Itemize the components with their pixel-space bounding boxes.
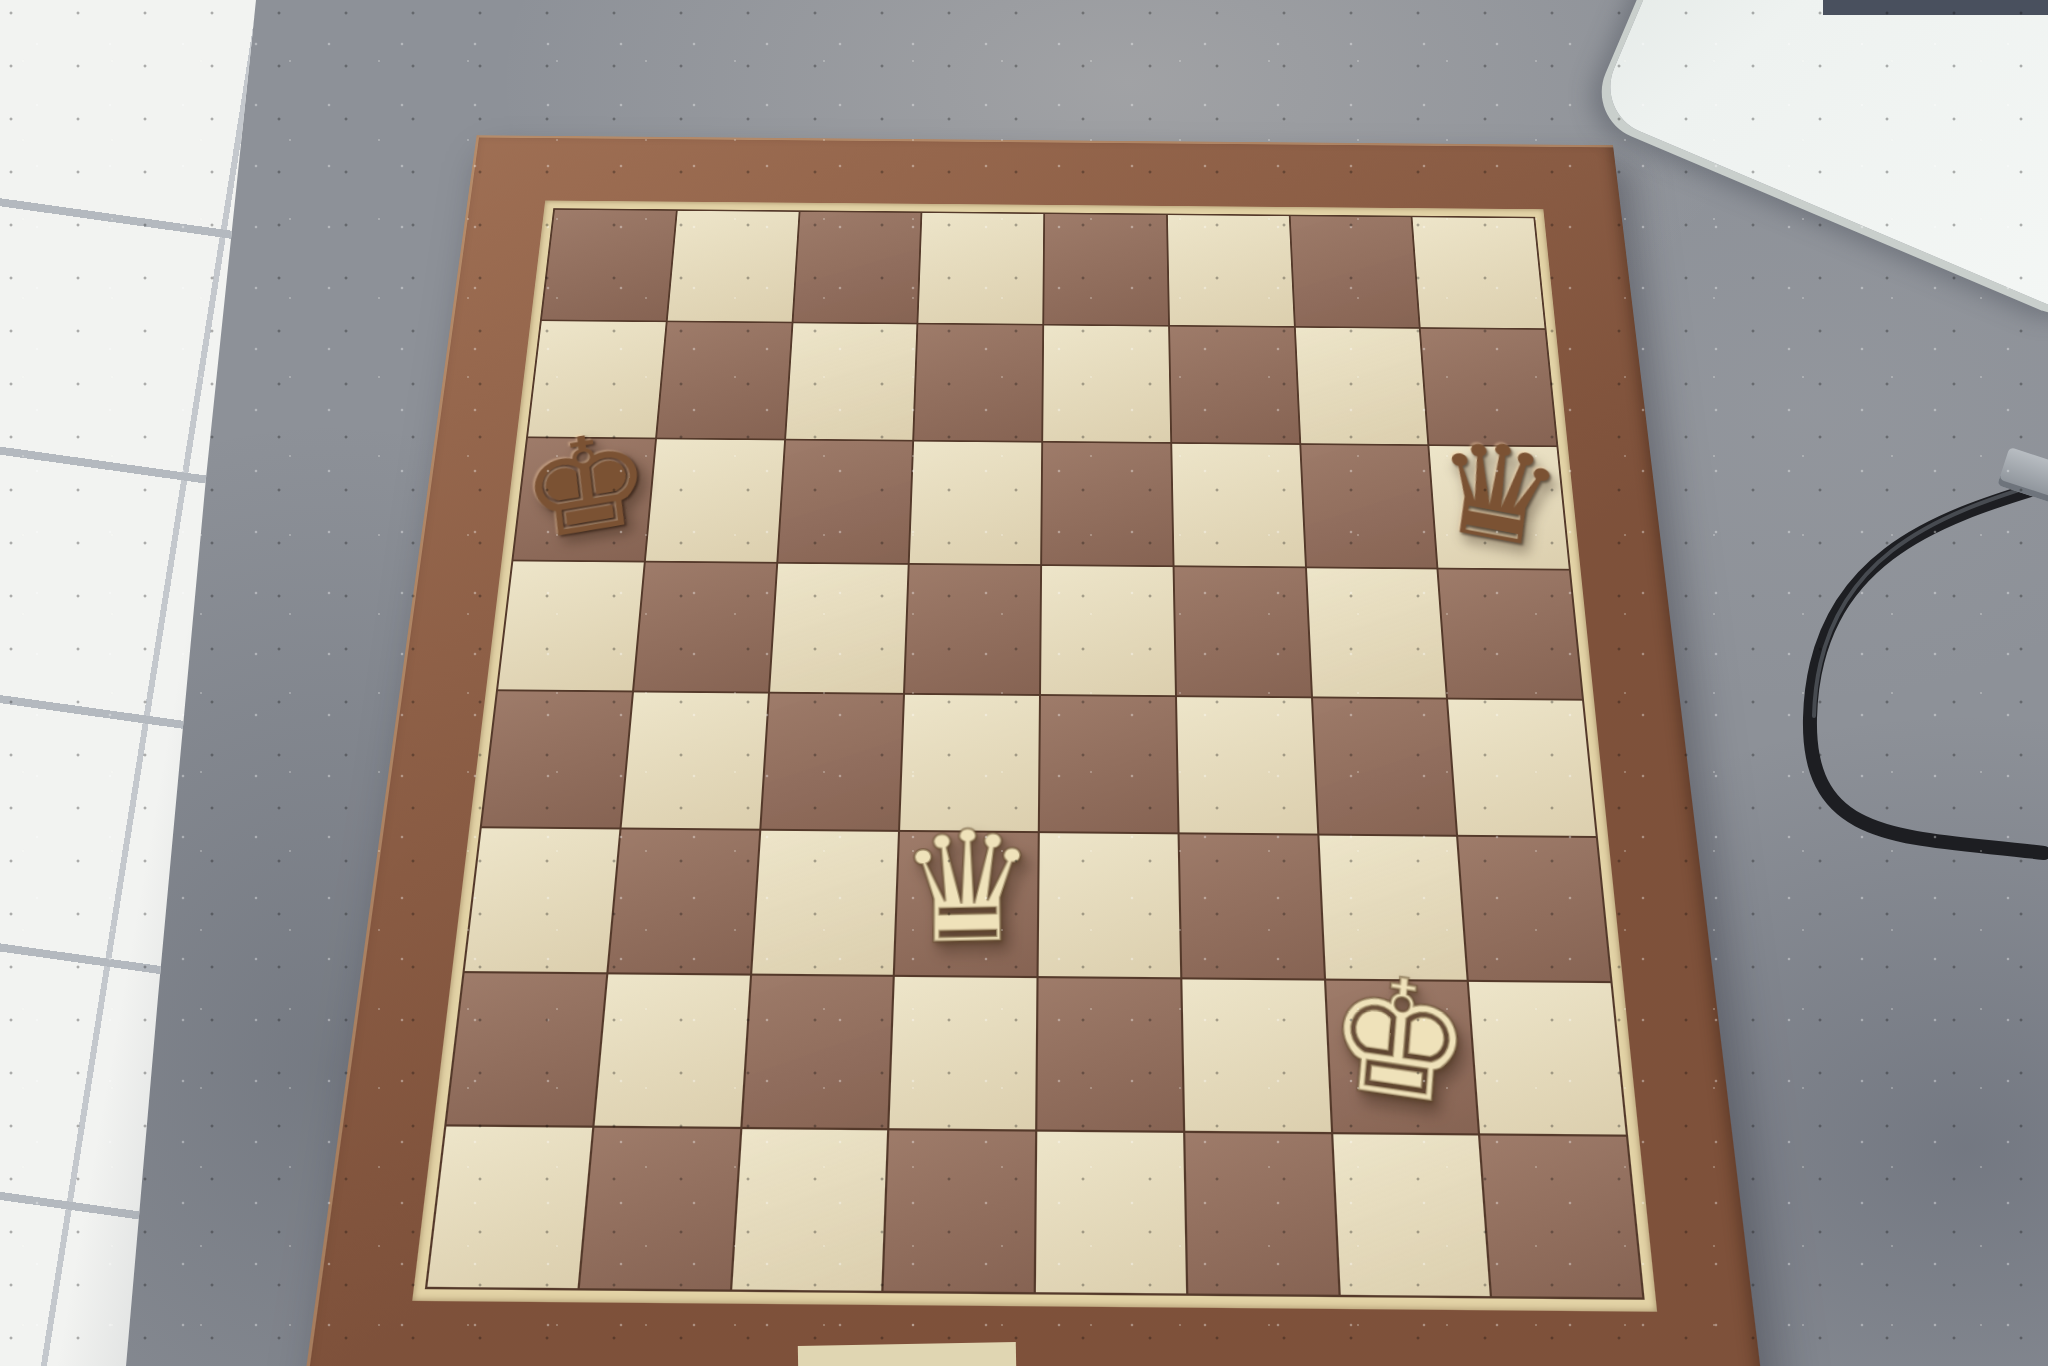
tile-floor <box>0 0 300 1366</box>
square-a6[interactable]: ♚ <box>513 438 654 561</box>
square-h1[interactable] <box>1480 1136 1642 1298</box>
laptop-hinge-edge <box>1823 0 2048 15</box>
piece-dark-queen[interactable]: ♛ <box>1423 418 1570 571</box>
square-b5[interactable] <box>634 563 776 692</box>
square-d5[interactable] <box>905 565 1040 694</box>
square-c2[interactable] <box>742 976 893 1128</box>
square-h5[interactable] <box>1439 569 1582 698</box>
square-f3[interactable] <box>1179 834 1323 978</box>
square-h3[interactable] <box>1458 837 1610 981</box>
square-b2[interactable] <box>594 974 749 1126</box>
square-e6[interactable] <box>1042 443 1172 566</box>
square-f1[interactable] <box>1185 1133 1338 1295</box>
square-f4[interactable] <box>1177 697 1317 833</box>
square-d2[interactable] <box>890 977 1037 1130</box>
square-d3[interactable]: ♛ <box>895 832 1038 976</box>
square-c5[interactable] <box>770 564 908 693</box>
square-d7[interactable] <box>914 324 1042 441</box>
square-h8[interactable] <box>1413 217 1545 328</box>
square-g4[interactable] <box>1313 698 1457 834</box>
square-g7[interactable] <box>1295 328 1427 445</box>
laptop <box>1595 0 2048 323</box>
square-f2[interactable] <box>1182 979 1330 1132</box>
square-b8[interactable] <box>667 211 798 322</box>
board-border-line: ♚♛♛♚ <box>412 201 1657 1312</box>
square-h6[interactable]: ♛ <box>1430 446 1569 569</box>
square-e4[interactable] <box>1040 696 1177 832</box>
square-b1[interactable] <box>580 1128 740 1290</box>
square-e8[interactable] <box>1044 214 1168 325</box>
board-grid: ♚♛♛♚ <box>425 208 1645 1300</box>
scene: ♚♛♛♚ <box>0 0 2048 1366</box>
square-d6[interactable] <box>910 442 1041 565</box>
square-f5[interactable] <box>1174 567 1310 696</box>
square-g5[interactable] <box>1307 568 1447 697</box>
square-a4[interactable] <box>482 691 632 827</box>
piece-dark-king[interactable]: ♚ <box>515 411 660 562</box>
square-a1[interactable] <box>427 1127 592 1289</box>
piece-light-king[interactable]: ♚ <box>1320 949 1478 1132</box>
chessboard: ♚♛♛♚ <box>301 135 1766 1366</box>
square-h4[interactable] <box>1448 700 1595 836</box>
square-a3[interactable] <box>465 828 619 972</box>
square-c6[interactable] <box>778 440 913 563</box>
square-a2[interactable] <box>447 973 606 1125</box>
square-h2[interactable] <box>1469 982 1626 1135</box>
square-f7[interactable] <box>1170 327 1299 444</box>
square-b7[interactable] <box>657 322 791 438</box>
square-a8[interactable] <box>542 210 676 321</box>
square-a5[interactable] <box>498 561 643 690</box>
cable <box>1778 408 2048 948</box>
square-e3[interactable] <box>1039 833 1180 977</box>
square-g6[interactable] <box>1301 445 1437 568</box>
square-f8[interactable] <box>1168 215 1294 326</box>
table-edge <box>798 1342 1016 1366</box>
square-g2[interactable]: ♚ <box>1326 981 1479 1134</box>
square-b3[interactable] <box>608 829 758 973</box>
square-g8[interactable] <box>1290 216 1419 327</box>
square-g1[interactable] <box>1333 1134 1490 1296</box>
square-d8[interactable] <box>919 213 1044 324</box>
piece-light-queen[interactable]: ♛ <box>896 810 1040 967</box>
square-e2[interactable] <box>1037 978 1182 1131</box>
square-c8[interactable] <box>793 212 921 323</box>
square-b6[interactable] <box>646 439 784 562</box>
square-c3[interactable] <box>752 831 899 975</box>
square-b4[interactable] <box>621 692 767 828</box>
square-e7[interactable] <box>1043 325 1170 442</box>
square-c7[interactable] <box>786 323 917 440</box>
square-d1[interactable] <box>884 1130 1035 1292</box>
square-f6[interactable] <box>1172 444 1305 567</box>
square-c4[interactable] <box>761 694 903 830</box>
square-e1[interactable] <box>1036 1132 1186 1294</box>
square-c1[interactable] <box>732 1129 888 1291</box>
square-e5[interactable] <box>1041 566 1175 695</box>
